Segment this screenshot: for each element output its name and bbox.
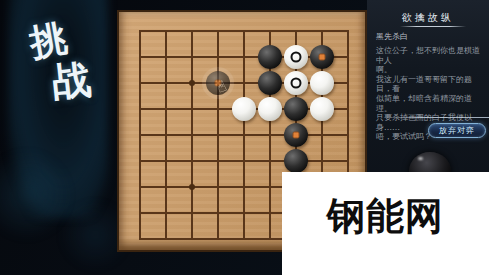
stone-black bbox=[284, 149, 308, 173]
circle-marker bbox=[291, 78, 302, 89]
puzzle-objective: 黑先杀白 bbox=[376, 31, 408, 42]
panel-divider bbox=[385, 117, 489, 118]
banner-char-zhan: 战 bbox=[49, 52, 93, 110]
stone-white bbox=[284, 71, 308, 95]
stone-white bbox=[284, 45, 308, 69]
stone-black bbox=[258, 45, 282, 69]
hand-cursor-icon: ☝ bbox=[214, 77, 229, 97]
dialog-line: 我这儿有一道哥哥留下的题目，看 bbox=[376, 75, 484, 94]
orange-dot-marker bbox=[319, 54, 326, 61]
title-underline bbox=[400, 26, 466, 27]
game-screen: 挑 战 ☝ 欲擒故纵 黑先杀白 这位公子，想不到你也是棋道中人啊。我这儿有一道哥… bbox=[0, 0, 489, 275]
dialog-line: 似简单，却暗含着精深的道理。 bbox=[376, 94, 484, 113]
stone-white bbox=[310, 71, 334, 95]
stone-black bbox=[284, 123, 308, 147]
orange-dot-marker bbox=[293, 132, 300, 139]
watermark-box: 钢能网 bbox=[282, 172, 489, 275]
ghost-stone-suggested-move[interactable]: ☝ bbox=[206, 71, 230, 95]
circle-marker bbox=[291, 52, 302, 63]
watermark-text: 钢能网 bbox=[327, 191, 444, 242]
stone-black bbox=[284, 97, 308, 121]
puzzle-title: 欲擒故纵 bbox=[367, 11, 489, 25]
stone-white bbox=[310, 97, 334, 121]
give-up-game-button[interactable]: 放弃对弈 bbox=[428, 123, 486, 138]
dialog-line: 这位公子，想不到你也是棋道中人 bbox=[376, 46, 484, 65]
challenge-banner: 挑 战 bbox=[0, 0, 118, 275]
dialog-line: 啊。 bbox=[376, 65, 484, 75]
stone-black bbox=[258, 71, 282, 95]
stone-black bbox=[310, 45, 334, 69]
stone-white bbox=[232, 97, 256, 121]
stone-white bbox=[258, 97, 282, 121]
